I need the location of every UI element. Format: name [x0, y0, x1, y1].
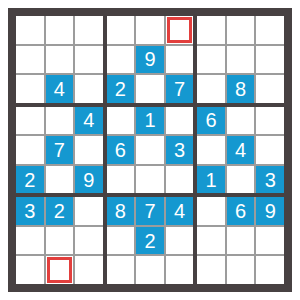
- cell-r1c4[interactable]: [107, 16, 135, 44]
- cell-r9c6[interactable]: [166, 256, 194, 284]
- box-6: 6413: [197, 107, 284, 194]
- cell-r5c8: 4: [227, 136, 255, 164]
- cell-r1c6[interactable]: [166, 16, 194, 44]
- cell-r6c9: 3: [256, 166, 284, 194]
- cell-r6c8[interactable]: [227, 166, 255, 194]
- cell-r8c6[interactable]: [166, 227, 194, 255]
- cell-r9c8[interactable]: [227, 256, 255, 284]
- cell-r6c5[interactable]: [136, 166, 164, 194]
- cell-r5c9[interactable]: [256, 136, 284, 164]
- cell-r9c1[interactable]: [16, 256, 44, 284]
- cell-r8c4[interactable]: [107, 227, 135, 255]
- cell-r6c6[interactable]: [166, 166, 194, 194]
- cell-r4c5: 1: [136, 107, 164, 135]
- cell-r3c9[interactable]: [256, 75, 284, 103]
- cell-r4c7: 6: [197, 107, 225, 135]
- cell-r2c7[interactable]: [197, 46, 225, 74]
- cell-r1c1[interactable]: [16, 16, 44, 44]
- cell-r2c8[interactable]: [227, 46, 255, 74]
- box-8: 8742: [107, 197, 194, 284]
- cell-r3c4: 2: [107, 75, 135, 103]
- cell-r5c2: 7: [46, 136, 74, 164]
- sudoku-board: 492784729163641332874269: [8, 8, 292, 292]
- cell-r8c7[interactable]: [197, 227, 225, 255]
- box-1: 4: [16, 16, 103, 103]
- cell-r3c7[interactable]: [197, 75, 225, 103]
- cell-r7c6: 4: [166, 197, 194, 225]
- cell-r4c3: 4: [75, 107, 103, 135]
- cell-r3c5[interactable]: [136, 75, 164, 103]
- cell-r8c3[interactable]: [75, 227, 103, 255]
- cell-r1c2[interactable]: [46, 16, 74, 44]
- cell-r4c6[interactable]: [166, 107, 194, 135]
- cell-r7c1: 3: [16, 197, 44, 225]
- cell-r3c6: 7: [166, 75, 194, 103]
- cell-r7c2: 2: [46, 197, 74, 225]
- cell-r9c2[interactable]: [46, 256, 74, 284]
- cell-r7c9: 9: [256, 197, 284, 225]
- cell-r3c1[interactable]: [16, 75, 44, 103]
- cell-r5c5[interactable]: [136, 136, 164, 164]
- cell-r4c9[interactable]: [256, 107, 284, 135]
- cell-r8c1[interactable]: [16, 227, 44, 255]
- cell-r2c9[interactable]: [256, 46, 284, 74]
- cell-r8c5: 2: [136, 227, 164, 255]
- cell-r2c5: 9: [136, 46, 164, 74]
- cell-r6c2[interactable]: [46, 166, 74, 194]
- cell-r6c3: 9: [75, 166, 103, 194]
- cell-r3c3[interactable]: [75, 75, 103, 103]
- cell-r8c9[interactable]: [256, 227, 284, 255]
- cell-r4c8[interactable]: [227, 107, 255, 135]
- cell-r2c2[interactable]: [46, 46, 74, 74]
- box-3: 8: [197, 16, 284, 103]
- cell-r9c3[interactable]: [75, 256, 103, 284]
- cell-r5c1[interactable]: [16, 136, 44, 164]
- cell-r6c4[interactable]: [107, 166, 135, 194]
- box-7: 32: [16, 197, 103, 284]
- cell-r5c6: 3: [166, 136, 194, 164]
- cell-r4c4[interactable]: [107, 107, 135, 135]
- cell-r1c9[interactable]: [256, 16, 284, 44]
- cell-r2c4[interactable]: [107, 46, 135, 74]
- box-9: 69: [197, 197, 284, 284]
- cell-r9c9[interactable]: [256, 256, 284, 284]
- cell-r7c4: 8: [107, 197, 135, 225]
- cell-r5c4: 6: [107, 136, 135, 164]
- cell-r1c5[interactable]: [136, 16, 164, 44]
- cell-r2c1[interactable]: [16, 46, 44, 74]
- cell-r2c3[interactable]: [75, 46, 103, 74]
- cell-r7c5: 7: [136, 197, 164, 225]
- box-2: 927: [107, 16, 194, 103]
- cell-r5c3[interactable]: [75, 136, 103, 164]
- cell-r6c1: 2: [16, 166, 44, 194]
- cell-r1c3[interactable]: [75, 16, 103, 44]
- cell-r7c7[interactable]: [197, 197, 225, 225]
- cell-r9c7[interactable]: [197, 256, 225, 284]
- cell-r8c2[interactable]: [46, 227, 74, 255]
- cell-r6c7: 1: [197, 166, 225, 194]
- cell-r5c7[interactable]: [197, 136, 225, 164]
- cell-r1c8[interactable]: [227, 16, 255, 44]
- cell-r9c5[interactable]: [136, 256, 164, 284]
- cell-r9c4[interactable]: [107, 256, 135, 284]
- cell-r4c1[interactable]: [16, 107, 44, 135]
- cell-r1c7[interactable]: [197, 16, 225, 44]
- cell-r3c8: 8: [227, 75, 255, 103]
- cell-r2c6[interactable]: [166, 46, 194, 74]
- cell-r7c3[interactable]: [75, 197, 103, 225]
- cell-r8c8[interactable]: [227, 227, 255, 255]
- cell-r4c2[interactable]: [46, 107, 74, 135]
- box-4: 4729: [16, 107, 103, 194]
- box-5: 163: [107, 107, 194, 194]
- cell-r3c2: 4: [46, 75, 74, 103]
- cell-r7c8: 6: [227, 197, 255, 225]
